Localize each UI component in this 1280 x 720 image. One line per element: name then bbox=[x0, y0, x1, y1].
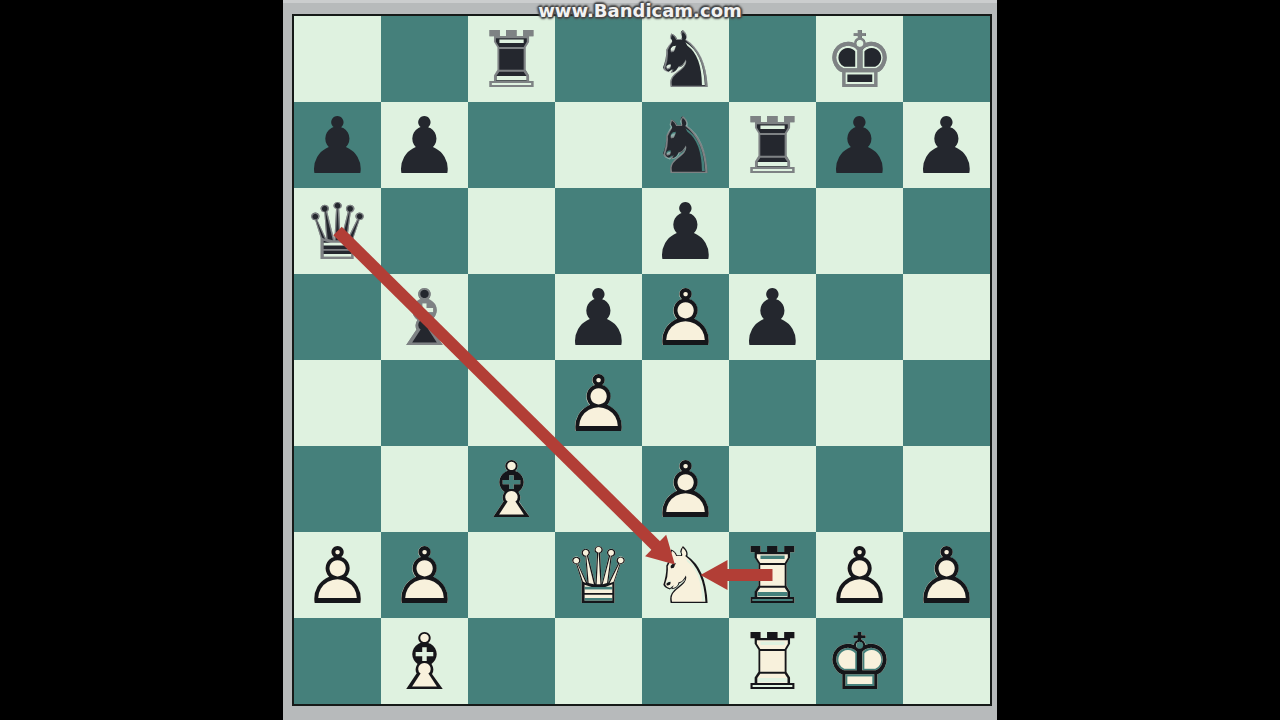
white-pawn: ♟♙ bbox=[903, 532, 990, 618]
piece-detail-glyph: ♙ bbox=[381, 532, 468, 618]
piece-detail-glyph: ♔ bbox=[816, 618, 903, 704]
piece-detail-glyph: ♙ bbox=[903, 532, 990, 618]
piece-fill-glyph: ♟ bbox=[381, 102, 468, 188]
piece-detail-glyph: ♖ bbox=[468, 16, 555, 102]
square-b2[interactable]: ♟♙ bbox=[381, 532, 468, 618]
square-c3[interactable]: ♝♗ bbox=[468, 446, 555, 532]
square-e8[interactable]: ♞♘ bbox=[642, 16, 729, 102]
square-g5[interactable] bbox=[816, 274, 903, 360]
square-b4[interactable] bbox=[381, 360, 468, 446]
black-rook: ♜♖ bbox=[468, 16, 555, 102]
piece-detail-glyph: ♙ bbox=[816, 532, 903, 618]
square-d5[interactable]: ♟ bbox=[555, 274, 642, 360]
white-rook: ♜♖ bbox=[729, 618, 816, 704]
square-e3[interactable]: ♟♙ bbox=[642, 446, 729, 532]
square-b8[interactable] bbox=[381, 16, 468, 102]
white-pawn: ♟♙ bbox=[642, 446, 729, 532]
square-f2[interactable]: ♜♖ bbox=[729, 532, 816, 618]
piece-fill-glyph: ♟ bbox=[816, 102, 903, 188]
square-c6[interactable] bbox=[468, 188, 555, 274]
square-d1[interactable] bbox=[555, 618, 642, 704]
square-a8[interactable] bbox=[294, 16, 381, 102]
black-pawn: ♟ bbox=[816, 102, 903, 188]
black-rook: ♜♖ bbox=[729, 102, 816, 188]
black-pawn: ♟ bbox=[555, 274, 642, 360]
square-g7[interactable]: ♟ bbox=[816, 102, 903, 188]
square-d3[interactable] bbox=[555, 446, 642, 532]
piece-detail-glyph: ♖ bbox=[729, 102, 816, 188]
square-f4[interactable] bbox=[729, 360, 816, 446]
piece-detail-glyph: ♙ bbox=[642, 274, 729, 360]
piece-detail-glyph: ♗ bbox=[468, 446, 555, 532]
square-h8[interactable] bbox=[903, 16, 990, 102]
square-e7[interactable]: ♞♘ bbox=[642, 102, 729, 188]
square-c2[interactable] bbox=[468, 532, 555, 618]
square-d7[interactable] bbox=[555, 102, 642, 188]
square-h7[interactable]: ♟ bbox=[903, 102, 990, 188]
piece-detail-glyph: ♙ bbox=[294, 532, 381, 618]
square-d6[interactable] bbox=[555, 188, 642, 274]
white-pawn: ♟♙ bbox=[294, 532, 381, 618]
square-g2[interactable]: ♟♙ bbox=[816, 532, 903, 618]
square-f1[interactable]: ♜♖ bbox=[729, 618, 816, 704]
piece-detail-glyph: ♗ bbox=[381, 274, 468, 360]
square-h1[interactable] bbox=[903, 618, 990, 704]
square-c8[interactable]: ♜♖ bbox=[468, 16, 555, 102]
black-pawn: ♟ bbox=[294, 102, 381, 188]
board-area: ♜♖♞♘♚♔♟♟♞♘♜♖♟♟♛♕♟♝♗♟♟♙♟♟♙♝♗♟♙♟♙♟♙♛♕♞♘♜♖♟… bbox=[292, 14, 992, 706]
square-e5[interactable]: ♟♙ bbox=[642, 274, 729, 360]
white-rook: ♜♖ bbox=[729, 532, 816, 618]
white-pawn: ♟♙ bbox=[642, 274, 729, 360]
piece-detail-glyph: ♘ bbox=[642, 532, 729, 618]
square-h3[interactable] bbox=[903, 446, 990, 532]
piece-fill-glyph: ♟ bbox=[729, 274, 816, 360]
square-g4[interactable] bbox=[816, 360, 903, 446]
black-pawn: ♟ bbox=[642, 188, 729, 274]
piece-fill-glyph: ♟ bbox=[903, 102, 990, 188]
black-queen: ♛♕ bbox=[294, 188, 381, 274]
square-b1[interactable]: ♝♗ bbox=[381, 618, 468, 704]
piece-fill-glyph: ♟ bbox=[294, 102, 381, 188]
square-c7[interactable] bbox=[468, 102, 555, 188]
piece-detail-glyph: ♗ bbox=[381, 618, 468, 704]
square-a7[interactable]: ♟ bbox=[294, 102, 381, 188]
square-e6[interactable]: ♟ bbox=[642, 188, 729, 274]
square-a1[interactable] bbox=[294, 618, 381, 704]
piece-detail-glyph: ♙ bbox=[555, 360, 642, 446]
square-h5[interactable] bbox=[903, 274, 990, 360]
square-b3[interactable] bbox=[381, 446, 468, 532]
square-e1[interactable] bbox=[642, 618, 729, 704]
square-f7[interactable]: ♜♖ bbox=[729, 102, 816, 188]
white-bishop: ♝♗ bbox=[381, 618, 468, 704]
black-knight: ♞♘ bbox=[642, 16, 729, 102]
square-b5[interactable]: ♝♗ bbox=[381, 274, 468, 360]
black-pawn: ♟ bbox=[381, 102, 468, 188]
square-f8[interactable] bbox=[729, 16, 816, 102]
square-f3[interactable] bbox=[729, 446, 816, 532]
square-d2[interactable]: ♛♕ bbox=[555, 532, 642, 618]
black-knight: ♞♘ bbox=[642, 102, 729, 188]
square-b6[interactable] bbox=[381, 188, 468, 274]
piece-fill-glyph: ♟ bbox=[555, 274, 642, 360]
piece-detail-glyph: ♘ bbox=[642, 102, 729, 188]
square-a2[interactable]: ♟♙ bbox=[294, 532, 381, 618]
black-king: ♚♔ bbox=[816, 16, 903, 102]
white-bishop: ♝♗ bbox=[468, 446, 555, 532]
square-c1[interactable] bbox=[468, 618, 555, 704]
piece-detail-glyph: ♕ bbox=[294, 188, 381, 274]
piece-detail-glyph: ♖ bbox=[729, 618, 816, 704]
square-b7[interactable]: ♟ bbox=[381, 102, 468, 188]
square-g6[interactable] bbox=[816, 188, 903, 274]
white-pawn: ♟♙ bbox=[555, 360, 642, 446]
piece-detail-glyph: ♙ bbox=[642, 446, 729, 532]
black-bishop: ♝♗ bbox=[381, 274, 468, 360]
square-d8[interactable] bbox=[555, 16, 642, 102]
black-pawn: ♟ bbox=[903, 102, 990, 188]
piece-detail-glyph: ♕ bbox=[555, 532, 642, 618]
white-pawn: ♟♙ bbox=[381, 532, 468, 618]
piece-detail-glyph: ♖ bbox=[729, 532, 816, 618]
square-f5[interactable]: ♟ bbox=[729, 274, 816, 360]
square-c5[interactable] bbox=[468, 274, 555, 360]
square-c4[interactable] bbox=[468, 360, 555, 446]
square-g1[interactable]: ♚♔ bbox=[816, 618, 903, 704]
piece-detail-glyph: ♔ bbox=[816, 16, 903, 102]
square-e2[interactable]: ♞♘ bbox=[642, 532, 729, 618]
white-pawn: ♟♙ bbox=[816, 532, 903, 618]
square-a5[interactable] bbox=[294, 274, 381, 360]
white-knight: ♞♘ bbox=[642, 532, 729, 618]
piece-fill-glyph: ♟ bbox=[642, 188, 729, 274]
square-e4[interactable] bbox=[642, 360, 729, 446]
square-a4[interactable] bbox=[294, 360, 381, 446]
square-d4[interactable]: ♟♙ bbox=[555, 360, 642, 446]
chess-board: ♜♖♞♘♚♔♟♟♞♘♜♖♟♟♛♕♟♝♗♟♟♙♟♟♙♝♗♟♙♟♙♟♙♛♕♞♘♜♖♟… bbox=[292, 14, 992, 706]
square-h6[interactable] bbox=[903, 188, 990, 274]
square-g3[interactable] bbox=[816, 446, 903, 532]
square-g8[interactable]: ♚♔ bbox=[816, 16, 903, 102]
square-h2[interactable]: ♟♙ bbox=[903, 532, 990, 618]
square-a3[interactable] bbox=[294, 446, 381, 532]
square-a6[interactable]: ♛♕ bbox=[294, 188, 381, 274]
square-f6[interactable] bbox=[729, 188, 816, 274]
piece-detail-glyph: ♘ bbox=[642, 16, 729, 102]
square-h4[interactable] bbox=[903, 360, 990, 446]
bandicam-watermark: www.Bandicam.com bbox=[538, 0, 742, 21]
white-king: ♚♔ bbox=[816, 618, 903, 704]
black-pawn: ♟ bbox=[729, 274, 816, 360]
white-queen: ♛♕ bbox=[555, 532, 642, 618]
